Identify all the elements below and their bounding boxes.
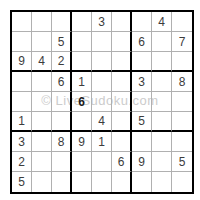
cell-r7c4[interactable]: 9: [72, 132, 92, 152]
cell-r9c5[interactable]: [92, 172, 112, 192]
cell-r8c9[interactable]: 5: [172, 152, 192, 172]
cell-r9c4[interactable]: [72, 172, 92, 192]
cell-r8c5[interactable]: [92, 152, 112, 172]
cell-r4c7[interactable]: 3: [132, 72, 152, 92]
cell-r5c7[interactable]: [132, 92, 152, 112]
cell-r1c1[interactable]: [12, 12, 32, 32]
cell-r2c6[interactable]: [112, 32, 132, 52]
cell-r5c3[interactable]: [52, 92, 72, 112]
cell-r6c6[interactable]: [112, 112, 132, 132]
cell-r1c3[interactable]: [52, 12, 72, 32]
cell-r2c8[interactable]: [152, 32, 172, 52]
cell-r7c9[interactable]: [172, 132, 192, 152]
cell-r5c4[interactable]: 6: [72, 92, 92, 112]
cell-r8c8[interactable]: [152, 152, 172, 172]
cell-r7c2[interactable]: [32, 132, 52, 152]
cell-r2c9[interactable]: 7: [172, 32, 192, 52]
cell-r6c1[interactable]: 1: [12, 112, 32, 132]
cell-r4c1[interactable]: [12, 72, 32, 92]
cell-r9c9[interactable]: [172, 172, 192, 192]
cell-r8c6[interactable]: 6: [112, 152, 132, 172]
cell-r4c5[interactable]: [92, 72, 112, 92]
cell-r5c9[interactable]: [172, 92, 192, 112]
cell-r5c6[interactable]: [112, 92, 132, 112]
cell-r9c1[interactable]: 5: [12, 172, 32, 192]
cell-r8c1[interactable]: 2: [12, 152, 32, 172]
cell-r3c5[interactable]: [92, 52, 112, 72]
sudoku-grid: 3456794261386145389126955: [10, 10, 194, 194]
cell-r4c8[interactable]: [152, 72, 172, 92]
cell-r8c7[interactable]: 9: [132, 152, 152, 172]
cell-r1c8[interactable]: 4: [152, 12, 172, 32]
cell-r5c5[interactable]: [92, 92, 112, 112]
cell-r1c5[interactable]: 3: [92, 12, 112, 32]
cell-r6c4[interactable]: [72, 112, 92, 132]
cell-r2c1[interactable]: [12, 32, 32, 52]
cell-r3c8[interactable]: [152, 52, 172, 72]
cell-r9c2[interactable]: [32, 172, 52, 192]
cell-r3c6[interactable]: [112, 52, 132, 72]
cell-r2c2[interactable]: [32, 32, 52, 52]
cell-r4c3[interactable]: 6: [52, 72, 72, 92]
cell-r9c8[interactable]: [152, 172, 172, 192]
cell-r1c6[interactable]: [112, 12, 132, 32]
cell-r7c5[interactable]: 1: [92, 132, 112, 152]
cell-r2c7[interactable]: 6: [132, 32, 152, 52]
cell-r1c7[interactable]: [132, 12, 152, 32]
cell-r7c6[interactable]: [112, 132, 132, 152]
cell-r4c6[interactable]: [112, 72, 132, 92]
cell-r6c2[interactable]: [32, 112, 52, 132]
cell-r4c2[interactable]: [32, 72, 52, 92]
cell-r8c2[interactable]: [32, 152, 52, 172]
cell-r2c5[interactable]: [92, 32, 112, 52]
cell-r5c8[interactable]: [152, 92, 172, 112]
cell-r5c1[interactable]: [12, 92, 32, 112]
cell-r8c4[interactable]: [72, 152, 92, 172]
cell-r4c9[interactable]: 8: [172, 72, 192, 92]
cell-r7c1[interactable]: 3: [12, 132, 32, 152]
cell-r6c7[interactable]: 5: [132, 112, 152, 132]
cell-r9c6[interactable]: [112, 172, 132, 192]
cell-r6c3[interactable]: [52, 112, 72, 132]
cell-r5c2[interactable]: [32, 92, 52, 112]
cell-r7c7[interactable]: [132, 132, 152, 152]
cell-r6c8[interactable]: [152, 112, 172, 132]
cell-r7c8[interactable]: [152, 132, 172, 152]
sudoku-board: © LiveSudoku.com 34567942613861453891269…: [0, 0, 200, 200]
cell-r3c7[interactable]: [132, 52, 152, 72]
cell-r6c9[interactable]: [172, 112, 192, 132]
cell-r3c9[interactable]: [172, 52, 192, 72]
cell-r6c5[interactable]: 4: [92, 112, 112, 132]
cell-r2c4[interactable]: [72, 32, 92, 52]
cell-r1c9[interactable]: [172, 12, 192, 32]
cell-r3c2[interactable]: 4: [32, 52, 52, 72]
cell-r3c3[interactable]: 2: [52, 52, 72, 72]
cell-r2c3[interactable]: 5: [52, 32, 72, 52]
cell-r7c3[interactable]: 8: [52, 132, 72, 152]
cell-r1c2[interactable]: [32, 12, 52, 32]
cell-r4c4[interactable]: 1: [72, 72, 92, 92]
cell-r3c1[interactable]: 9: [12, 52, 32, 72]
cell-r9c7[interactable]: [132, 172, 152, 192]
cell-r9c3[interactable]: [52, 172, 72, 192]
cell-r1c4[interactable]: [72, 12, 92, 32]
cell-r8c3[interactable]: [52, 152, 72, 172]
cell-r3c4[interactable]: [72, 52, 92, 72]
